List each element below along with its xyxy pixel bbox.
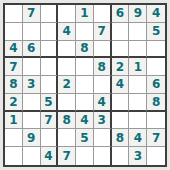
sudoku-cell-r5c1: 8 [5,76,23,94]
sudoku-cell-r4c1: 7 [5,58,23,76]
sudoku-cell-r4c2[interactable] [23,58,41,76]
sudoku-cell-r3c3[interactable] [41,41,59,59]
sudoku-cell-r1c1[interactable] [5,5,23,23]
sudoku-cell-r9c1[interactable] [5,147,23,165]
sudoku-cell-r7c8[interactable] [129,112,147,130]
sudoku-cell-r2c8[interactable] [129,23,147,41]
sudoku-cell-r1c5: 1 [76,5,94,23]
sudoku-cell-r4c6: 8 [94,58,112,76]
sudoku-cell-r5c8[interactable] [129,76,147,94]
sudoku-cell-r6c2[interactable] [23,94,41,112]
sudoku-cell-r3c1: 4 [5,41,23,59]
sudoku-cell-r1c2: 7 [23,5,41,23]
sudoku-cell-r1c4[interactable] [58,5,76,23]
sudoku-cell-r5c6[interactable] [94,76,112,94]
sudoku-cell-r4c8: 1 [129,58,147,76]
sudoku-cell-r2c7[interactable] [112,23,130,41]
sudoku-cell-r9c6[interactable] [94,147,112,165]
sudoku-cell-r7c2[interactable] [23,112,41,130]
sudoku-cell-r7c6: 3 [94,112,112,130]
sudoku-cell-r9c3: 4 [41,147,59,165]
sudoku-cell-r5c2: 3 [23,76,41,94]
sudoku-cell-r8c7: 8 [112,129,130,147]
sudoku-cell-r2c1[interactable] [5,23,23,41]
sudoku-cell-r6c3: 5 [41,94,59,112]
sudoku-cell-r2c3[interactable] [41,23,59,41]
sudoku-cell-r3c9[interactable] [147,41,165,59]
sudoku-cell-r7c1: 1 [5,112,23,130]
sudoku-cell-r2c6: 7 [94,23,112,41]
sudoku-cell-r7c3: 7 [41,112,59,130]
sudoku-cell-r3c7[interactable] [112,41,130,59]
sudoku-cell-r6c6: 4 [94,94,112,112]
sudoku-cell-r8c4[interactable] [58,129,76,147]
sudoku-cell-r5c3[interactable] [41,76,59,94]
sudoku-cell-r9c7[interactable] [112,147,130,165]
sudoku-board: 7169447546878218324625481784395847473 [3,3,167,167]
sudoku-cell-r1c6[interactable] [94,5,112,23]
sudoku-cell-r7c9[interactable] [147,112,165,130]
sudoku-cell-r3c6[interactable] [94,41,112,59]
sudoku-cell-r8c1[interactable] [5,129,23,147]
sudoku-cell-r4c5[interactable] [76,58,94,76]
sudoku-cell-r1c9: 4 [147,5,165,23]
sudoku-cell-r1c7: 6 [112,5,130,23]
sudoku-cell-r2c4: 4 [58,23,76,41]
sudoku-cell-r1c8: 9 [129,5,147,23]
sudoku-cell-r9c9[interactable] [147,147,165,165]
sudoku-cell-r5c5[interactable] [76,76,94,94]
sudoku-cell-r4c4[interactable] [58,58,76,76]
sudoku-cell-r4c7: 2 [112,58,130,76]
sudoku-cell-r6c5[interactable] [76,94,94,112]
sudoku-cell-r6c1: 2 [5,94,23,112]
sudoku-cell-r8c8: 4 [129,129,147,147]
sudoku-cell-r6c7[interactable] [112,94,130,112]
sudoku-cell-r3c5: 8 [76,41,94,59]
sudoku-cell-r9c8: 3 [129,147,147,165]
sudoku-cell-r8c6[interactable] [94,129,112,147]
sudoku-cell-r7c5: 4 [76,112,94,130]
sudoku-cell-r6c9: 8 [147,94,165,112]
sudoku-cell-r6c8[interactable] [129,94,147,112]
sudoku-cell-r3c8[interactable] [129,41,147,59]
sudoku-cell-r8c5: 5 [76,129,94,147]
sudoku-cell-r5c7: 4 [112,76,130,94]
sudoku-cell-r7c4: 8 [58,112,76,130]
sudoku-cell-r8c2: 9 [23,129,41,147]
sudoku-cell-r9c4: 7 [58,147,76,165]
sudoku-cell-r2c2[interactable] [23,23,41,41]
sudoku-cell-r9c5[interactable] [76,147,94,165]
sudoku-cell-r5c9: 6 [147,76,165,94]
sudoku-cell-r3c2: 6 [23,41,41,59]
sudoku-cell-r7c7[interactable] [112,112,130,130]
sudoku-cell-r4c9[interactable] [147,58,165,76]
sudoku-cell-r3c4[interactable] [58,41,76,59]
sudoku-cell-r2c5[interactable] [76,23,94,41]
sudoku-cell-r4c3[interactable] [41,58,59,76]
sudoku-cell-r9c2[interactable] [23,147,41,165]
sudoku-cell-r8c9: 7 [147,129,165,147]
sudoku-cell-r2c9: 5 [147,23,165,41]
sudoku-cell-r6c4[interactable] [58,94,76,112]
sudoku-cell-r5c4: 2 [58,76,76,94]
sudoku-cell-r1c3[interactable] [41,5,59,23]
sudoku-cell-r8c3[interactable] [41,129,59,147]
